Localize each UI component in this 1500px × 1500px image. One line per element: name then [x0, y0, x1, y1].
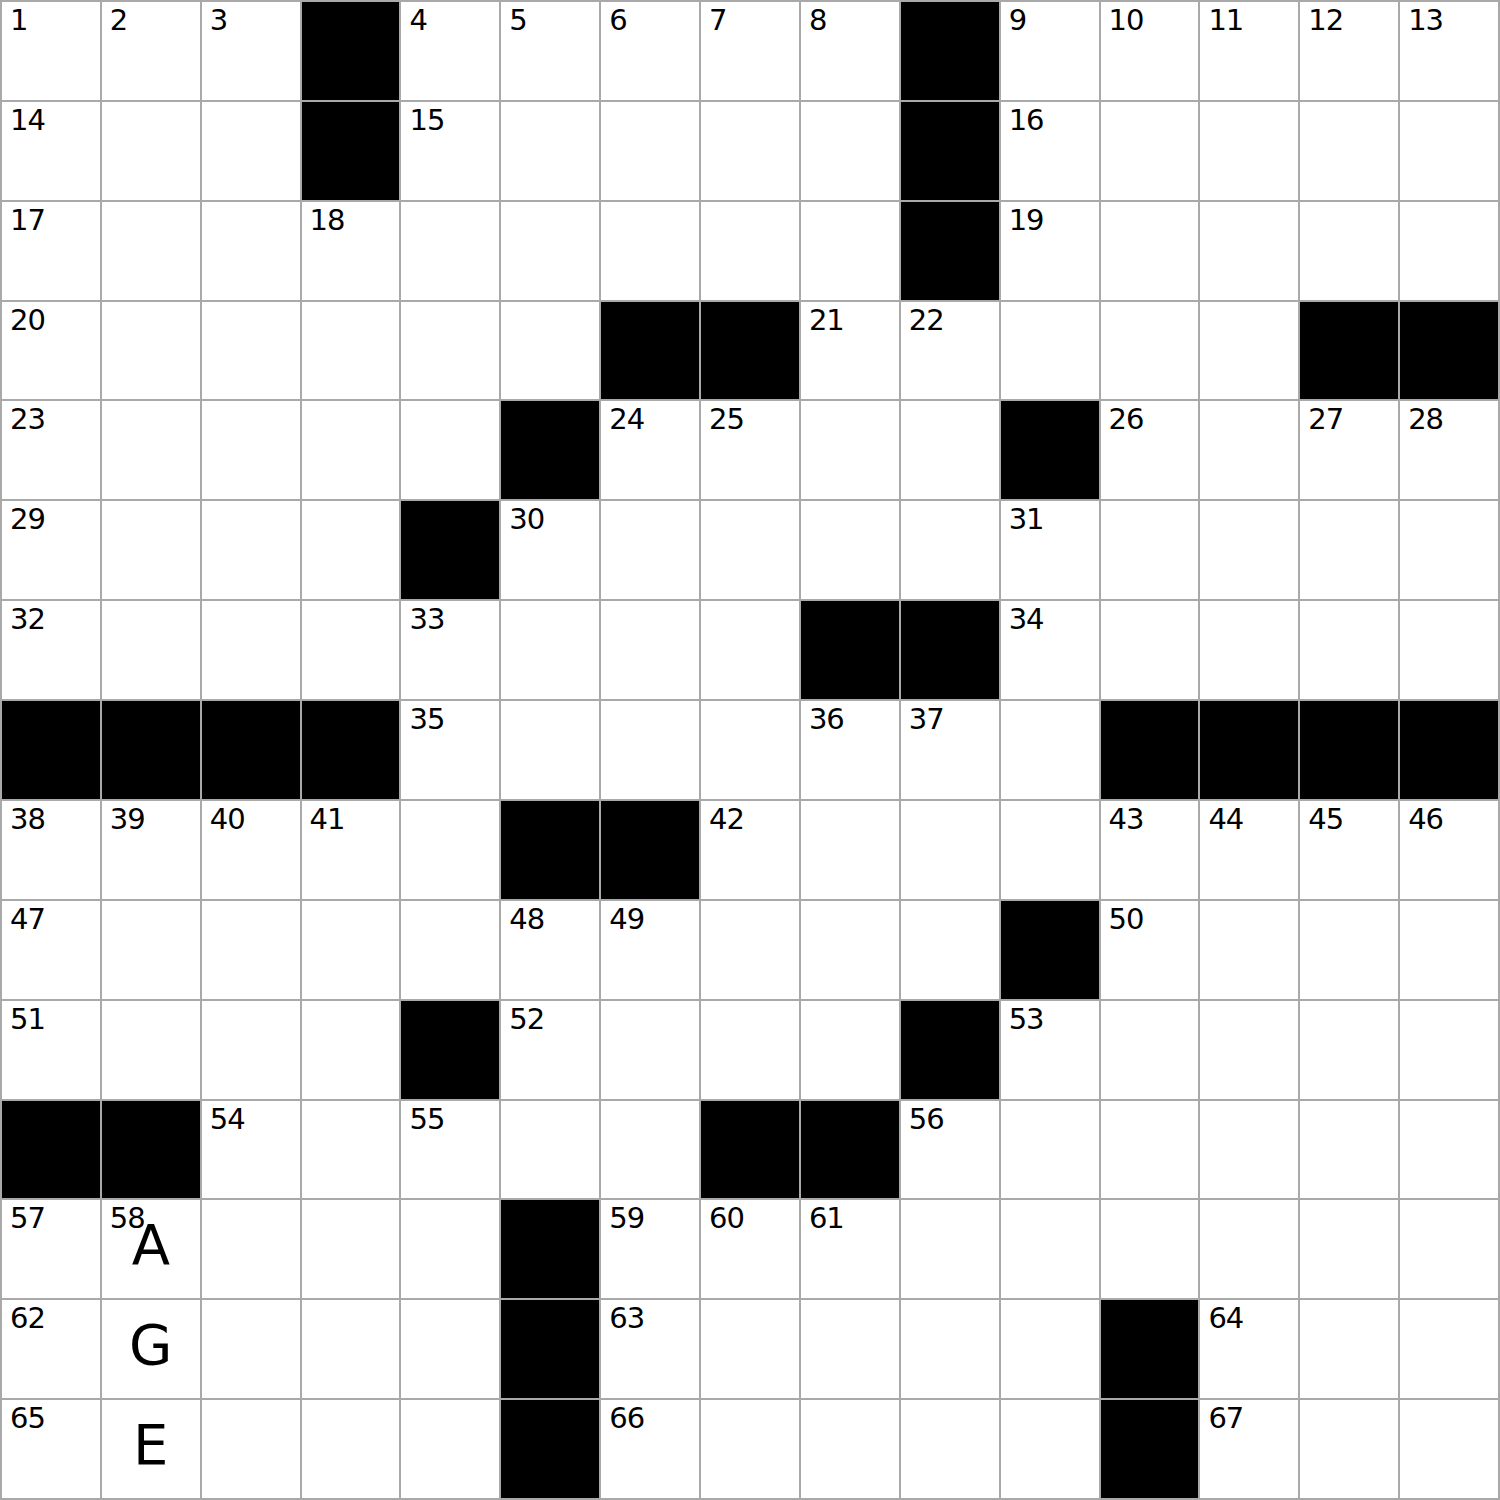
cell-r12c0[interactable]: 57: [2, 1200, 100, 1298]
cell-r1c14[interactable]: [1400, 102, 1498, 200]
clue-number: 36: [809, 704, 844, 736]
cell-r4c4[interactable]: [401, 401, 499, 499]
cell-r9c9[interactable]: [901, 901, 999, 999]
cell-r7c4[interactable]: 35: [401, 701, 499, 799]
cell-r9c14[interactable]: [1400, 901, 1498, 999]
cell-r6c10[interactable]: 34: [1001, 601, 1099, 699]
clue-number: 31: [1009, 504, 1044, 536]
clue-number: 25: [709, 404, 744, 436]
clue-number: 39: [110, 804, 145, 836]
clue-number: 14: [10, 105, 45, 137]
black-cell-r11c0: [2, 1101, 100, 1199]
clue-number: 33: [409, 604, 444, 636]
cell-r1c10[interactable]: 16: [1001, 102, 1099, 200]
clue-number: 34: [1009, 604, 1044, 636]
cell-r14c8[interactable]: [801, 1400, 899, 1498]
black-cell-r10c9: [901, 1001, 999, 1099]
black-cell-r6c8: [801, 601, 899, 699]
cell-r3c12[interactable]: [1200, 302, 1298, 400]
cell-r6c14[interactable]: [1400, 601, 1498, 699]
cell-r13c8[interactable]: [801, 1300, 899, 1398]
clue-number: 63: [609, 1303, 644, 1335]
cell-r10c10[interactable]: 53: [1001, 1001, 1099, 1099]
black-cell-r11c1: [102, 1101, 200, 1199]
cell-r3c4[interactable]: [401, 302, 499, 400]
cell-r12c11[interactable]: [1101, 1200, 1199, 1298]
cell-r5c10[interactable]: 31: [1001, 501, 1099, 599]
cell-r2c3[interactable]: 18: [302, 202, 400, 300]
cell-r12c1[interactable]: 58A: [102, 1200, 200, 1298]
cell-r6c3[interactable]: [302, 601, 400, 699]
clue-number: 49: [609, 904, 644, 936]
cell-r9c13[interactable]: [1300, 901, 1398, 999]
cell-r12c2[interactable]: [202, 1200, 300, 1298]
clue-number: 20: [10, 305, 45, 337]
cell-r0c13[interactable]: 12: [1300, 2, 1398, 100]
clue-number: 67: [1208, 1403, 1243, 1435]
clue-number: 9: [1009, 5, 1026, 37]
clue-number: 15: [409, 105, 444, 137]
clue-number: 23: [10, 404, 45, 436]
cell-r2c2[interactable]: [202, 202, 300, 300]
cell-r13c13[interactable]: [1300, 1300, 1398, 1398]
cell-r14c7[interactable]: [701, 1400, 799, 1498]
cell-r0c1[interactable]: 2: [102, 2, 200, 100]
clue-number: 7: [709, 5, 726, 37]
cell-r5c11[interactable]: [1101, 501, 1199, 599]
cell-r11c14[interactable]: [1400, 1101, 1498, 1199]
clue-number: 47: [10, 904, 45, 936]
cell-r7c5[interactable]: [501, 701, 599, 799]
clue-number: 6: [609, 5, 626, 37]
black-cell-r1c9: [901, 102, 999, 200]
cell-r4c13[interactable]: 27: [1300, 401, 1398, 499]
black-cell-r3c14: [1400, 302, 1498, 400]
clue-number: 59: [609, 1203, 644, 1235]
cell-r8c3[interactable]: 41: [302, 801, 400, 899]
cell-r9c11[interactable]: 50: [1101, 901, 1199, 999]
clue-number: 19: [1009, 205, 1044, 237]
cell-r5c1[interactable]: [102, 501, 200, 599]
clue-number: 53: [1009, 1004, 1044, 1036]
cell-r8c10[interactable]: [1001, 801, 1099, 899]
clue-number: 8: [809, 5, 826, 37]
cell-r2c4[interactable]: [401, 202, 499, 300]
black-cell-r1c3: [302, 102, 400, 200]
cell-r9c7[interactable]: [701, 901, 799, 999]
cell-r13c7[interactable]: [701, 1300, 799, 1398]
black-cell-r3c13: [1300, 302, 1398, 400]
clue-number: 32: [10, 604, 45, 636]
black-cell-r7c3: [302, 701, 400, 799]
cell-r10c0[interactable]: 51: [2, 1001, 100, 1099]
clue-number: 60: [709, 1203, 744, 1235]
cell-r6c11[interactable]: [1101, 601, 1199, 699]
cell-r9c1[interactable]: [102, 901, 200, 999]
cell-r1c1[interactable]: [102, 102, 200, 200]
cell-r9c4[interactable]: [401, 901, 499, 999]
cell-r8c2[interactable]: 40: [202, 801, 300, 899]
cell-r11c10[interactable]: [1001, 1101, 1099, 1199]
cell-r11c6[interactable]: [601, 1101, 699, 1199]
black-cell-r0c9: [901, 2, 999, 100]
cell-r12c9[interactable]: [901, 1200, 999, 1298]
cell-r6c12[interactable]: [1200, 601, 1298, 699]
cell-r13c14[interactable]: [1400, 1300, 1498, 1398]
cell-r3c5[interactable]: [501, 302, 599, 400]
cell-r11c13[interactable]: [1300, 1101, 1398, 1199]
cell-r14c12[interactable]: 67: [1200, 1400, 1298, 1498]
cell-r6c1[interactable]: [102, 601, 200, 699]
cell-r12c14[interactable]: [1400, 1200, 1498, 1298]
cell-r0c8[interactable]: 8: [801, 2, 899, 100]
cell-r3c3[interactable]: [302, 302, 400, 400]
clue-number: 64: [1208, 1303, 1243, 1335]
black-cell-r0c3: [302, 2, 400, 100]
cell-r6c0[interactable]: 32: [2, 601, 100, 699]
cell-r4c3[interactable]: [302, 401, 400, 499]
cell-r2c8[interactable]: [801, 202, 899, 300]
cell-r5c3[interactable]: [302, 501, 400, 599]
cell-r14c13[interactable]: [1300, 1400, 1398, 1498]
cell-r5c6[interactable]: [601, 501, 699, 599]
cell-r13c3[interactable]: [302, 1300, 400, 1398]
black-cell-r4c10: [1001, 401, 1099, 499]
clue-number: 66: [609, 1403, 644, 1435]
cell-r14c2[interactable]: [202, 1400, 300, 1498]
cell-letter: G: [129, 1317, 172, 1373]
cell-r13c0[interactable]: 62: [2, 1300, 100, 1398]
black-cell-r8c6: [601, 801, 699, 899]
cell-r0c7[interactable]: 7: [701, 2, 799, 100]
clue-number: 29: [10, 504, 45, 536]
black-cell-r14c11: [1101, 1400, 1199, 1498]
clue-number: 43: [1109, 804, 1144, 836]
cell-r11c9[interactable]: 56: [901, 1101, 999, 1199]
cell-r2c11[interactable]: [1101, 202, 1199, 300]
cell-r9c6[interactable]: 49: [601, 901, 699, 999]
cell-r2c1[interactable]: [102, 202, 200, 300]
cell-r5c5[interactable]: 30: [501, 501, 599, 599]
clue-number: 48: [509, 904, 544, 936]
clue-number: 45: [1308, 804, 1343, 836]
cell-r2c0[interactable]: 17: [2, 202, 100, 300]
clue-number: 28: [1408, 404, 1443, 436]
cell-r7c7[interactable]: [701, 701, 799, 799]
cell-r11c3[interactable]: [302, 1101, 400, 1199]
cell-r14c0[interactable]: 65: [2, 1400, 100, 1498]
clue-number: 11: [1208, 5, 1243, 37]
cell-r0c11[interactable]: 10: [1101, 2, 1199, 100]
black-cell-r10c4: [401, 1001, 499, 1099]
cell-r12c3[interactable]: [302, 1200, 400, 1298]
cell-r1c2[interactable]: [202, 102, 300, 200]
cell-r5c0[interactable]: 29: [2, 501, 100, 599]
clue-number: 10: [1109, 5, 1144, 37]
cell-r8c8[interactable]: [801, 801, 899, 899]
cell-r6c4[interactable]: 33: [401, 601, 499, 699]
cell-r5c2[interactable]: [202, 501, 300, 599]
black-cell-r11c8: [801, 1101, 899, 1199]
cell-r0c14[interactable]: 13: [1400, 2, 1498, 100]
clue-number: 1: [10, 5, 27, 37]
cell-r6c5[interactable]: [501, 601, 599, 699]
cell-r12c12[interactable]: [1200, 1200, 1298, 1298]
cell-r10c12[interactable]: [1200, 1001, 1298, 1099]
cell-r0c6[interactable]: 6: [601, 2, 699, 100]
cell-r1c11[interactable]: [1101, 102, 1199, 200]
clue-number: 17: [10, 205, 45, 237]
cell-r1c8[interactable]: [801, 102, 899, 200]
cell-r0c5[interactable]: 5: [501, 2, 599, 100]
cell-r8c14[interactable]: 46: [1400, 801, 1498, 899]
clue-number: 41: [310, 804, 345, 836]
cell-r13c2[interactable]: [202, 1300, 300, 1398]
cell-r10c8[interactable]: [801, 1001, 899, 1099]
clue-number: 2: [110, 5, 127, 37]
clue-number: 18: [310, 205, 345, 237]
cell-r10c6[interactable]: [601, 1001, 699, 1099]
clue-number: 5: [509, 5, 526, 37]
cell-r9c5[interactable]: 48: [501, 901, 599, 999]
cell-r11c11[interactable]: [1101, 1101, 1199, 1199]
black-cell-r13c5: [501, 1300, 599, 1398]
cell-r0c4[interactable]: 4: [401, 2, 499, 100]
black-cell-r8c5: [501, 801, 599, 899]
clue-number: 38: [10, 804, 45, 836]
cell-r12c8[interactable]: 61: [801, 1200, 899, 1298]
clue-number: 27: [1308, 404, 1343, 436]
cell-r6c13[interactable]: [1300, 601, 1398, 699]
cell-r8c0[interactable]: 38: [2, 801, 100, 899]
cell-r5c13[interactable]: [1300, 501, 1398, 599]
cell-r3c9[interactable]: 22: [901, 302, 999, 400]
cell-r2c12[interactable]: [1200, 202, 1298, 300]
clue-number: 30: [509, 504, 544, 536]
cell-r4c6[interactable]: 24: [601, 401, 699, 499]
cell-r11c2[interactable]: 54: [202, 1101, 300, 1199]
cell-r1c5[interactable]: [501, 102, 599, 200]
cell-r11c5[interactable]: [501, 1101, 599, 1199]
clue-number: 16: [1009, 105, 1044, 137]
cell-r13c9[interactable]: [901, 1300, 999, 1398]
cell-r3c0[interactable]: 20: [2, 302, 100, 400]
clue-number: 40: [210, 804, 245, 836]
cell-r6c7[interactable]: [701, 601, 799, 699]
cell-r4c7[interactable]: 25: [701, 401, 799, 499]
cell-r8c12[interactable]: 44: [1200, 801, 1298, 899]
clue-number: 54: [210, 1104, 245, 1136]
cell-r13c1[interactable]: G: [102, 1300, 200, 1398]
cell-r10c1[interactable]: [102, 1001, 200, 1099]
clue-number: 21: [809, 305, 844, 337]
cell-r2c13[interactable]: [1300, 202, 1398, 300]
black-cell-r9c10: [1001, 901, 1099, 999]
cell-r13c12[interactable]: 64: [1200, 1300, 1298, 1398]
cell-letter: A: [132, 1217, 170, 1273]
cell-r14c3[interactable]: [302, 1400, 400, 1498]
cell-r10c11[interactable]: [1101, 1001, 1199, 1099]
clue-number: 55: [409, 1104, 444, 1136]
black-cell-r7c0: [2, 701, 100, 799]
cell-r11c4[interactable]: 55: [401, 1101, 499, 1199]
cell-r5c12[interactable]: [1200, 501, 1298, 599]
cell-r14c10[interactable]: [1001, 1400, 1099, 1498]
cell-r1c12[interactable]: [1200, 102, 1298, 200]
cell-r9c8[interactable]: [801, 901, 899, 999]
clue-number: 62: [10, 1303, 45, 1335]
cell-r7c10[interactable]: [1001, 701, 1099, 799]
cell-r14c4[interactable]: [401, 1400, 499, 1498]
cell-r9c0[interactable]: 47: [2, 901, 100, 999]
clue-number: 51: [10, 1004, 45, 1036]
cell-r8c7[interactable]: 42: [701, 801, 799, 899]
cell-r12c13[interactable]: [1300, 1200, 1398, 1298]
cell-r8c1[interactable]: 39: [102, 801, 200, 899]
clue-number: 35: [409, 704, 444, 736]
clue-number: 50: [1109, 904, 1144, 936]
black-cell-r7c13: [1300, 701, 1398, 799]
cell-r6c6[interactable]: [601, 601, 699, 699]
cell-r13c10[interactable]: [1001, 1300, 1099, 1398]
cell-r4c2[interactable]: [202, 401, 300, 499]
clue-number: 56: [909, 1104, 944, 1136]
cell-r5c8[interactable]: [801, 501, 899, 599]
clue-number: 26: [1109, 404, 1144, 436]
cell-r9c2[interactable]: [202, 901, 300, 999]
cell-r1c6[interactable]: [601, 102, 699, 200]
cell-r8c11[interactable]: 43: [1101, 801, 1199, 899]
black-cell-r5c4: [401, 501, 499, 599]
clue-number: 42: [709, 804, 744, 836]
cell-r8c13[interactable]: 45: [1300, 801, 1398, 899]
cell-r10c14[interactable]: [1400, 1001, 1498, 1099]
clue-number: 3: [210, 5, 227, 37]
clue-number: 46: [1408, 804, 1443, 836]
cell-r1c0[interactable]: 14: [2, 102, 100, 200]
cell-r10c5[interactable]: 52: [501, 1001, 599, 1099]
black-cell-r12c5: [501, 1200, 599, 1298]
cell-r4c14[interactable]: 28: [1400, 401, 1498, 499]
black-cell-r7c14: [1400, 701, 1498, 799]
cell-r7c9[interactable]: 37: [901, 701, 999, 799]
cell-r11c12[interactable]: [1200, 1101, 1298, 1199]
cell-r0c0[interactable]: 1: [2, 2, 100, 100]
black-cell-r14c5: [501, 1400, 599, 1498]
clue-number: 13: [1408, 5, 1443, 37]
cell-r10c2[interactable]: [202, 1001, 300, 1099]
black-cell-r7c11: [1101, 701, 1199, 799]
cell-r8c4[interactable]: [401, 801, 499, 899]
cell-r12c7[interactable]: 60: [701, 1200, 799, 1298]
clue-number: 57: [10, 1203, 45, 1235]
cell-r1c13[interactable]: [1300, 102, 1398, 200]
cell-r2c5[interactable]: [501, 202, 599, 300]
black-cell-r3c6: [601, 302, 699, 400]
cell-r5c14[interactable]: [1400, 501, 1498, 599]
cell-r6c2[interactable]: [202, 601, 300, 699]
cell-r1c7[interactable]: [701, 102, 799, 200]
cell-r7c8[interactable]: 36: [801, 701, 899, 799]
clue-number: 52: [509, 1004, 544, 1036]
cell-r13c4[interactable]: [401, 1300, 499, 1398]
cell-r4c11[interactable]: 26: [1101, 401, 1199, 499]
cell-r9c12[interactable]: [1200, 901, 1298, 999]
cell-r3c1[interactable]: [102, 302, 200, 400]
black-cell-r13c11: [1101, 1300, 1199, 1398]
cell-r13c6[interactable]: 63: [601, 1300, 699, 1398]
cell-r12c6[interactable]: 59: [601, 1200, 699, 1298]
cell-r8c9[interactable]: [901, 801, 999, 899]
cell-r1c4[interactable]: 15: [401, 102, 499, 200]
black-cell-r7c2: [202, 701, 300, 799]
crossword-grid: 1234567891011121314151617181920212223242…: [0, 0, 1500, 1500]
cell-r4c9[interactable]: [901, 401, 999, 499]
clue-number: 65: [10, 1403, 45, 1435]
cell-r4c1[interactable]: [102, 401, 200, 499]
cell-r3c11[interactable]: [1101, 302, 1199, 400]
cell-r10c7[interactable]: [701, 1001, 799, 1099]
black-cell-r11c7: [701, 1101, 799, 1199]
black-cell-r7c1: [102, 701, 200, 799]
cell-r10c13[interactable]: [1300, 1001, 1398, 1099]
cell-r12c10[interactable]: [1001, 1200, 1099, 1298]
cell-r4c8[interactable]: [801, 401, 899, 499]
cell-r0c2[interactable]: 3: [202, 2, 300, 100]
black-cell-r4c5: [501, 401, 599, 499]
black-cell-r2c9: [901, 202, 999, 300]
cell-r2c14[interactable]: [1400, 202, 1498, 300]
cell-r0c12[interactable]: 11: [1200, 2, 1298, 100]
cell-r4c12[interactable]: [1200, 401, 1298, 499]
cell-r9c3[interactable]: [302, 901, 400, 999]
cell-r14c9[interactable]: [901, 1400, 999, 1498]
clue-number: 4: [409, 5, 426, 37]
clue-number: 61: [809, 1203, 844, 1235]
cell-r3c8[interactable]: 21: [801, 302, 899, 400]
cell-r3c2[interactable]: [202, 302, 300, 400]
cell-r5c7[interactable]: [701, 501, 799, 599]
cell-r10c3[interactable]: [302, 1001, 400, 1099]
cell-r14c1[interactable]: E: [102, 1400, 200, 1498]
clue-number: 12: [1308, 5, 1343, 37]
cell-r14c14[interactable]: [1400, 1400, 1498, 1498]
clue-number: 22: [909, 305, 944, 337]
cell-r3c10[interactable]: [1001, 302, 1099, 400]
cell-r7c6[interactable]: [601, 701, 699, 799]
cell-r2c6[interactable]: [601, 202, 699, 300]
cell-r2c10[interactable]: 19: [1001, 202, 1099, 300]
cell-r0c10[interactable]: 9: [1001, 2, 1099, 100]
cell-letter: E: [133, 1417, 168, 1473]
cell-r2c7[interactable]: [701, 202, 799, 300]
clue-number: 24: [609, 404, 644, 436]
black-cell-r3c7: [701, 302, 799, 400]
cell-r5c9[interactable]: [901, 501, 999, 599]
cell-r4c0[interactable]: 23: [2, 401, 100, 499]
black-cell-r6c9: [901, 601, 999, 699]
black-cell-r7c12: [1200, 701, 1298, 799]
clue-number: 37: [909, 704, 944, 736]
clue-number: 44: [1208, 804, 1243, 836]
cell-r12c4[interactable]: [401, 1200, 499, 1298]
cell-r14c6[interactable]: 66: [601, 1400, 699, 1498]
